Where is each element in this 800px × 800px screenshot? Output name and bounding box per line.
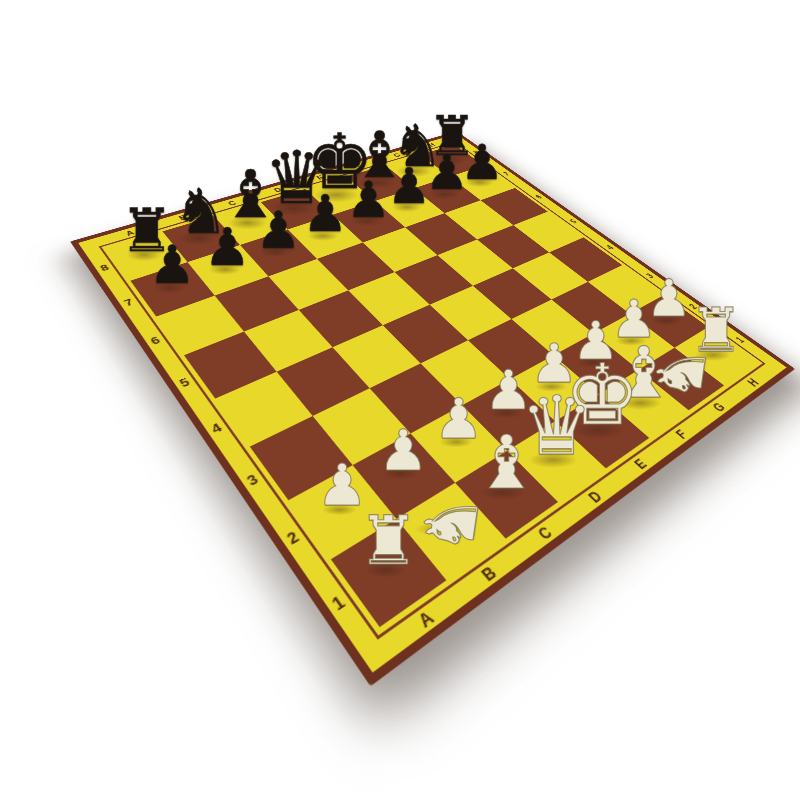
rank-label-left-4: 4 [209, 422, 224, 436]
rank-label-left-5: 5 [178, 376, 192, 389]
white-bishop-c1[interactable]: ♝ [473, 424, 539, 498]
white-pawn-b2[interactable]: ♟ [378, 422, 429, 479]
black-pawn-d7[interactable]: ♟ [302, 189, 347, 240]
file-label-bottom-b: B [479, 564, 500, 584]
file-label-bottom-h: H [745, 376, 761, 388]
rank-label-right-4: 4 [605, 244, 615, 250]
file-label-bottom-e: E [632, 457, 650, 472]
rank-label-left-6: 6 [149, 335, 162, 346]
rank-label-left-3: 3 [245, 473, 261, 489]
black-pawn-b7[interactable]: ♟ [204, 221, 251, 273]
file-label-bottom-c: C [535, 524, 555, 542]
file-label-bottom-f: F [673, 428, 690, 441]
rank-label-right-6: 6 [534, 194, 543, 199]
white-rook-a1[interactable]: ♜ [358, 507, 419, 575]
black-pawn-a7[interactable]: ♟ [149, 239, 196, 292]
rank-label-left-8: 8 [99, 264, 111, 273]
rank-label-right-5: 5 [568, 218, 578, 224]
rank-label-left-2: 2 [284, 529, 301, 547]
rank-label-left-1: 1 [329, 593, 348, 613]
file-label-bottom-a: A [415, 608, 437, 630]
black-pawn-e7[interactable]: ♟ [346, 175, 391, 225]
rank-label-left-7: 7 [123, 298, 136, 308]
photo-stage: AA88BB77CC66DD55EE44FF33GG22HH11 ♜♞♝♛♚♝♞… [0, 0, 800, 800]
black-pawn-g7[interactable]: ♟ [425, 149, 469, 198]
black-pawn-c7[interactable]: ♟ [255, 205, 301, 256]
black-pawn-f7[interactable]: ♟ [387, 162, 431, 211]
file-label-bottom-d: D [586, 488, 605, 505]
white-knight-b1-fallen[interactable]: ♞ [412, 488, 490, 560]
